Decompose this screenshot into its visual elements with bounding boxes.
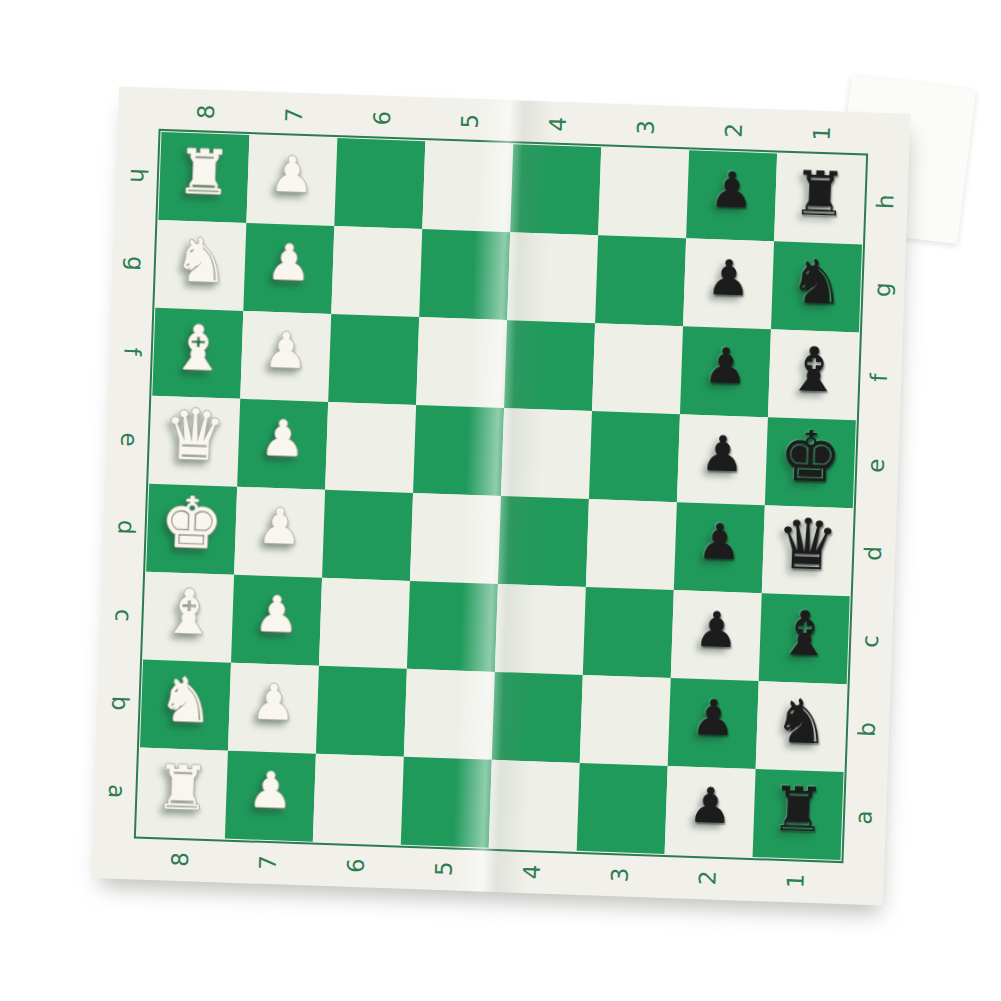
- file-label-left-d-text: d: [114, 519, 137, 534]
- white-queen-e8[interactable]: ♛: [162, 399, 227, 471]
- square-b4[interactable]: [492, 672, 583, 763]
- rank-label-bottom-6: 6: [311, 842, 400, 889]
- file-label-left-g: g: [111, 218, 158, 307]
- black-knight-b1[interactable]: ♞: [773, 689, 830, 752]
- black-king-e1[interactable]: ♚: [778, 421, 843, 493]
- white-knight-b8[interactable]: ♞: [157, 668, 214, 731]
- file-label-right-c-text: c: [858, 634, 881, 647]
- file-label-right-c: c: [847, 596, 894, 685]
- file-label-left-f: f: [108, 306, 155, 395]
- square-g3[interactable]: [595, 235, 686, 326]
- square-b3[interactable]: [580, 675, 671, 766]
- square-g8[interactable]: ♞: [155, 220, 246, 311]
- rank-label-bottom-8: 8: [135, 836, 224, 883]
- square-b1[interactable]: ♞: [756, 681, 847, 772]
- square-e2[interactable]: ♟: [677, 414, 768, 505]
- white-king-d8[interactable]: ♚: [159, 487, 224, 559]
- square-d3[interactable]: [586, 499, 677, 590]
- square-e3[interactable]: [589, 411, 680, 502]
- square-b7[interactable]: ♟: [228, 663, 319, 754]
- square-b6[interactable]: [316, 666, 407, 757]
- square-e4[interactable]: [501, 408, 592, 499]
- square-h6[interactable]: [334, 138, 425, 229]
- rank-label-bottom-2: 2: [663, 854, 752, 901]
- rank-label-top-6-text: 6: [370, 110, 393, 125]
- file-label-left-f-text: f: [120, 347, 143, 356]
- square-h8[interactable]: ♜: [158, 132, 249, 223]
- square-g7[interactable]: ♟: [243, 223, 334, 314]
- file-label-left-e-text: e: [117, 431, 140, 446]
- black-knight-g1[interactable]: ♞: [788, 249, 845, 312]
- rank-label-top-3-text: 3: [634, 119, 657, 134]
- rank-label-top-3: 3: [601, 103, 690, 150]
- black-rook-h1[interactable]: ♜: [791, 162, 848, 225]
- square-h3[interactable]: [598, 147, 689, 238]
- square-e7[interactable]: ♟: [237, 399, 328, 490]
- rank-label-top-4-text: 4: [546, 116, 569, 131]
- rank-label-bottom-7-text: 7: [256, 854, 279, 869]
- white-knight-g8[interactable]: ♞: [173, 228, 230, 291]
- file-label-left-g-text: g: [123, 255, 146, 270]
- file-label-right-a: a: [841, 772, 888, 861]
- rank-label-top-5-text: 5: [458, 113, 481, 128]
- square-b2[interactable]: ♟: [668, 678, 759, 769]
- file-label-left-d: d: [102, 482, 149, 571]
- black-bishop-c1[interactable]: ♝: [776, 601, 833, 664]
- square-a4[interactable]: [489, 760, 580, 851]
- square-c5[interactable]: [407, 581, 498, 672]
- square-c6[interactable]: [319, 578, 410, 669]
- rank-label-top-4: 4: [513, 100, 602, 147]
- white-pawn-a7[interactable]: ♟: [248, 765, 294, 816]
- white-pawn-b7[interactable]: ♟: [251, 677, 297, 728]
- square-a8[interactable]: ♜: [137, 748, 228, 839]
- rank-label-bottom-6-text: 6: [344, 857, 367, 872]
- square-c8[interactable]: ♝: [143, 572, 234, 663]
- rank-label-bottom-8-text: 8: [168, 851, 191, 866]
- square-g4[interactable]: [507, 232, 598, 323]
- file-label-right-a-text: a: [852, 809, 875, 824]
- rank-label-top-7-text: 7: [282, 107, 305, 122]
- rank-label-bottom-4: 4: [487, 848, 576, 895]
- white-bishop-c8[interactable]: ♝: [160, 580, 217, 643]
- square-e8[interactable]: ♛: [149, 396, 240, 487]
- white-pawn-c7[interactable]: ♟: [254, 589, 300, 640]
- square-d1[interactable]: ♛: [762, 505, 853, 596]
- black-pawn-c2[interactable]: ♟: [694, 604, 740, 655]
- file-label-right-h-text: h: [874, 194, 897, 209]
- rank-label-top-1: 1: [777, 109, 866, 156]
- file-label-left-a: a: [93, 746, 140, 835]
- rank-label-bottom-3: 3: [575, 851, 664, 898]
- square-f4[interactable]: [504, 320, 595, 411]
- square-g5[interactable]: [419, 229, 510, 320]
- square-a1[interactable]: ♜: [753, 769, 844, 860]
- white-bishop-f8[interactable]: ♝: [170, 316, 227, 379]
- square-e6[interactable]: [325, 402, 416, 493]
- rank-label-bottom-5: 5: [399, 845, 488, 892]
- file-label-right-h: h: [862, 156, 909, 245]
- file-label-left-c: c: [99, 570, 146, 659]
- square-d5[interactable]: [410, 493, 501, 584]
- file-label-left-b-text: b: [108, 695, 131, 710]
- black-pawn-f2[interactable]: ♟: [703, 341, 749, 392]
- square-f3[interactable]: [592, 323, 683, 414]
- rank-label-bottom-1-text: 1: [784, 873, 807, 888]
- black-pawn-b2[interactable]: ♟: [691, 692, 737, 743]
- square-c4[interactable]: [495, 584, 586, 675]
- rank-label-top-7: 7: [249, 91, 338, 138]
- black-bishop-f1[interactable]: ♝: [785, 337, 842, 400]
- square-b5[interactable]: [404, 669, 495, 760]
- square-d4[interactable]: [498, 496, 589, 587]
- square-f6[interactable]: [328, 314, 419, 405]
- rank-label-top-6: 6: [337, 94, 426, 141]
- square-c2[interactable]: ♟: [671, 590, 762, 681]
- square-c3[interactable]: [583, 587, 674, 678]
- product-photo-scene: 8877665544332211hhggffeeddccbbaa♜♟♟♜♞♟♟♞…: [0, 0, 1001, 1001]
- rank-label-bottom-3-text: 3: [608, 867, 631, 882]
- rank-label-top-1-text: 1: [810, 125, 833, 140]
- square-g6[interactable]: [331, 226, 422, 317]
- square-h5[interactable]: [422, 141, 513, 232]
- square-f5[interactable]: [416, 317, 507, 408]
- white-pawn-h7[interactable]: ♟: [269, 149, 315, 200]
- rank-label-bottom-5-text: 5: [432, 861, 455, 876]
- rank-label-top-8: 8: [161, 88, 250, 135]
- square-h1[interactable]: ♜: [774, 153, 865, 244]
- square-h4[interactable]: [510, 144, 601, 235]
- square-e5[interactable]: [413, 405, 504, 496]
- black-pawn-h2[interactable]: ♟: [709, 165, 755, 216]
- file-label-left-c-text: c: [111, 608, 134, 621]
- square-g2[interactable]: ♟: [683, 238, 774, 329]
- file-label-left-e: e: [105, 394, 152, 483]
- file-label-right-b-text: b: [855, 721, 878, 736]
- square-f2[interactable]: ♟: [680, 326, 771, 417]
- file-label-right-b: b: [844, 684, 891, 773]
- file-label-right-g: g: [859, 244, 906, 333]
- white-pawn-f7[interactable]: ♟: [263, 325, 309, 376]
- file-label-right-d: d: [850, 508, 897, 597]
- square-b8[interactable]: ♞: [140, 660, 231, 751]
- rank-label-bottom-2-text: 2: [696, 870, 719, 885]
- black-queen-d1[interactable]: ♛: [775, 509, 840, 581]
- square-c7[interactable]: ♟: [231, 575, 322, 666]
- chess-board: 8877665544332211hhggffeeddccbbaa♜♟♟♜♞♟♟♞…: [91, 86, 910, 905]
- square-d8[interactable]: ♚: [146, 484, 237, 575]
- square-e1[interactable]: ♚: [765, 417, 856, 508]
- file-label-left-b: b: [96, 658, 143, 747]
- rank-label-bottom-1: 1: [751, 857, 840, 904]
- white-pawn-g7[interactable]: ♟: [266, 237, 312, 288]
- square-a3[interactable]: [577, 763, 668, 854]
- file-label-left-a-text: a: [105, 783, 128, 798]
- square-f7[interactable]: ♟: [240, 311, 331, 402]
- square-g1[interactable]: ♞: [771, 241, 862, 332]
- square-c1[interactable]: ♝: [759, 593, 850, 684]
- rank-label-bottom-7: 7: [223, 839, 312, 886]
- square-f8[interactable]: ♝: [152, 308, 243, 399]
- black-rook-a1[interactable]: ♜: [770, 777, 827, 840]
- file-label-right-f: f: [856, 332, 903, 421]
- square-f1[interactable]: ♝: [768, 329, 859, 420]
- white-pawn-e7[interactable]: ♟: [260, 413, 306, 464]
- square-h7[interactable]: ♟: [246, 135, 337, 226]
- rank-label-top-2: 2: [689, 106, 778, 153]
- square-d7[interactable]: ♟: [234, 487, 325, 578]
- square-h2[interactable]: ♟: [686, 150, 777, 241]
- square-a5[interactable]: [401, 757, 492, 848]
- square-a2[interactable]: ♟: [665, 766, 756, 857]
- square-d6[interactable]: [322, 490, 413, 581]
- file-label-right-e-text: e: [865, 458, 888, 473]
- file-label-right-e: e: [853, 420, 900, 509]
- file-label-left-h-text: h: [126, 167, 149, 182]
- file-label-right-d-text: d: [861, 545, 884, 560]
- black-pawn-g2[interactable]: ♟: [706, 253, 752, 304]
- file-label-right-f-text: f: [868, 373, 891, 382]
- rank-label-bottom-4-text: 4: [520, 864, 543, 879]
- black-pawn-a2[interactable]: ♟: [688, 780, 734, 831]
- white-rook-a8[interactable]: ♜: [154, 756, 211, 819]
- file-label-right-g-text: g: [871, 281, 894, 296]
- file-label-left-h: h: [114, 130, 161, 219]
- black-pawn-d2[interactable]: ♟: [697, 516, 743, 567]
- rank-label-top-8-text: 8: [194, 104, 217, 119]
- square-a6[interactable]: [313, 754, 404, 845]
- rank-label-top-2-text: 2: [722, 122, 745, 137]
- white-pawn-d7[interactable]: ♟: [257, 501, 303, 552]
- square-d2[interactable]: ♟: [674, 502, 765, 593]
- square-a7[interactable]: ♟: [225, 751, 316, 842]
- black-pawn-e2[interactable]: ♟: [700, 428, 746, 479]
- rank-label-top-5: 5: [425, 97, 514, 144]
- white-rook-h8[interactable]: ♜: [176, 140, 233, 203]
